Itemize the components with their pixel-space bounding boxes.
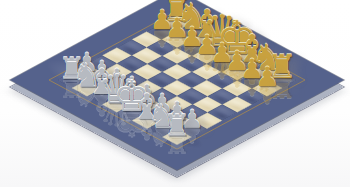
piece-black-pawn-h7: ♟ <box>255 64 279 91</box>
chess-set-photo: ♜♞♝♛♚♝♞♜♟♟♟♟♟♟♟♟♟♟♟♟♟♟♟♟♜♞♝♛♚♝♞♜ <box>0 0 350 187</box>
piece-white-rook-h1: ♜ <box>164 110 191 140</box>
pieces-layer: ♜♞♝♛♚♝♞♜♟♟♟♟♟♟♟♟♟♟♟♟♟♟♟♟♜♞♝♛♚♝♞♜ <box>0 0 350 187</box>
